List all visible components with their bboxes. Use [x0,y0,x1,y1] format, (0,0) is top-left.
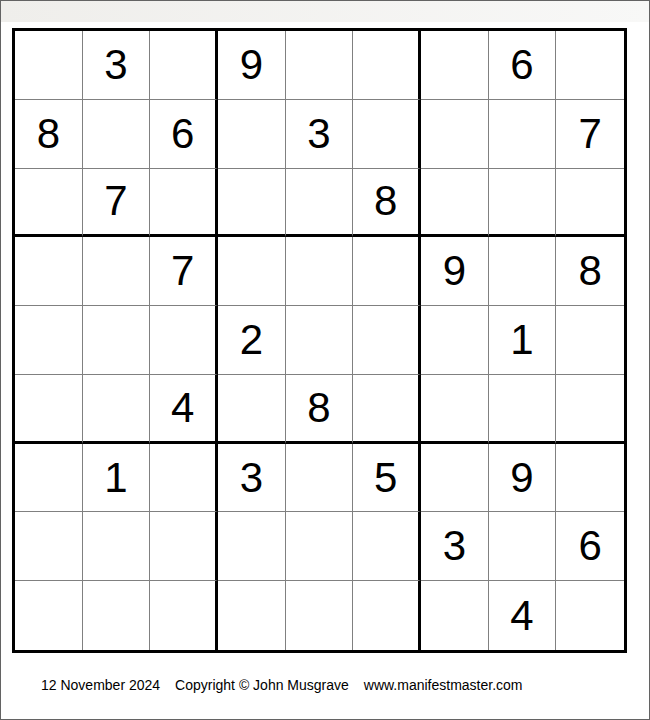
cell-r1c6[interactable] [353,31,421,100]
cell-r4c9[interactable]: 8 [556,237,624,306]
cell-r4c4[interactable] [218,237,286,306]
cell-r4c8[interactable] [489,237,557,306]
cell-r3c3[interactable] [150,169,218,238]
cell-r3c2[interactable]: 7 [83,169,151,238]
cell-r8c7[interactable]: 3 [421,512,489,581]
cell-r9c7[interactable] [421,581,489,650]
cell-r6c4[interactable] [218,375,286,444]
cell-r2c9[interactable]: 7 [556,100,624,169]
cell-r8c4[interactable] [218,512,286,581]
cell-r3c9[interactable] [556,169,624,238]
cell-r3c8[interactable] [489,169,557,238]
cell-r4c2[interactable] [83,237,151,306]
cell-r7c1[interactable] [15,444,83,513]
cell-r8c9[interactable]: 6 [556,512,624,581]
cell-r1c8[interactable]: 6 [489,31,557,100]
cell-r1c9[interactable] [556,31,624,100]
cell-r6c9[interactable] [556,375,624,444]
cell-r9c2[interactable] [83,581,151,650]
cell-r6c6[interactable] [353,375,421,444]
cell-r8c1[interactable] [15,512,83,581]
cell-r2c2[interactable] [83,100,151,169]
cell-r4c6[interactable] [353,237,421,306]
page-footer: 12 November 2024 Copyright © John Musgra… [41,677,649,693]
cell-r7c8[interactable]: 9 [489,444,557,513]
cell-r2c7[interactable] [421,100,489,169]
cell-r2c6[interactable] [353,100,421,169]
cell-r2c5[interactable]: 3 [286,100,354,169]
cell-r5c8[interactable]: 1 [489,306,557,375]
cell-r5c1[interactable] [15,306,83,375]
cell-r8c2[interactable] [83,512,151,581]
cell-r7c3[interactable] [150,444,218,513]
footer-date: 12 November 2024 [41,677,160,693]
footer-website: www.manifestmaster.com [364,677,523,693]
cell-r3c5[interactable] [286,169,354,238]
footer-copyright: Copyright © John Musgrave [175,677,349,693]
cell-r2c4[interactable] [218,100,286,169]
cell-r7c2[interactable]: 1 [83,444,151,513]
cell-r5c7[interactable] [421,306,489,375]
cell-r9c5[interactable] [286,581,354,650]
cell-r2c3[interactable]: 6 [150,100,218,169]
cell-r6c3[interactable]: 4 [150,375,218,444]
cell-r3c7[interactable] [421,169,489,238]
cell-r5c3[interactable] [150,306,218,375]
cell-r7c9[interactable] [556,444,624,513]
cell-r3c4[interactable] [218,169,286,238]
cell-r5c5[interactable] [286,306,354,375]
cell-r9c9[interactable] [556,581,624,650]
cell-r4c5[interactable] [286,237,354,306]
cell-r6c7[interactable] [421,375,489,444]
cell-r2c1[interactable]: 8 [15,100,83,169]
cell-r1c2[interactable]: 3 [83,31,151,100]
cell-r5c4[interactable]: 2 [218,306,286,375]
cell-r8c5[interactable] [286,512,354,581]
cell-r9c8[interactable]: 4 [489,581,557,650]
cell-r6c2[interactable] [83,375,151,444]
cell-r5c6[interactable] [353,306,421,375]
cell-r6c1[interactable] [15,375,83,444]
cell-r4c3[interactable]: 7 [150,237,218,306]
cell-r6c8[interactable] [489,375,557,444]
cell-r3c6[interactable]: 8 [353,169,421,238]
cell-r9c6[interactable] [353,581,421,650]
cell-r1c7[interactable] [421,31,489,100]
cell-r7c5[interactable] [286,444,354,513]
cell-r6c5[interactable]: 8 [286,375,354,444]
cell-r9c3[interactable] [150,581,218,650]
page: 39686377879821481359364 12 November 2024… [0,0,650,720]
window-top-strip [1,1,649,22]
cell-r3c1[interactable] [15,169,83,238]
cell-r7c4[interactable]: 3 [218,444,286,513]
cell-r1c5[interactable] [286,31,354,100]
cell-r9c4[interactable] [218,581,286,650]
sudoku-board: 39686377879821481359364 [12,28,627,653]
cell-r8c8[interactable] [489,512,557,581]
cell-r4c1[interactable] [15,237,83,306]
cell-r4c7[interactable]: 9 [421,237,489,306]
cell-r1c1[interactable] [15,31,83,100]
cell-r1c3[interactable] [150,31,218,100]
cell-r7c7[interactable] [421,444,489,513]
cell-r9c1[interactable] [15,581,83,650]
cell-r5c9[interactable] [556,306,624,375]
cell-r8c6[interactable] [353,512,421,581]
cell-r5c2[interactable] [83,306,151,375]
cell-r1c4[interactable]: 9 [218,31,286,100]
cell-r2c8[interactable] [489,100,557,169]
cell-r8c3[interactable] [150,512,218,581]
cell-r7c6[interactable]: 5 [353,444,421,513]
